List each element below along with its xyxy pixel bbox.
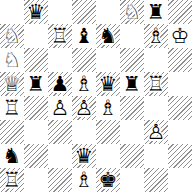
square-a8[interactable] [0, 0, 24, 24]
piece-wP-g3: ♙ [147, 120, 166, 144]
piece-wK-h7: ♔ [171, 24, 190, 48]
piece-wB-e4: ♗ [99, 96, 118, 120]
square-a5[interactable]: ♕ [0, 72, 24, 96]
piece-bB-d7: ♝ [75, 24, 94, 48]
square-h4[interactable] [168, 96, 192, 120]
square-f7[interactable] [120, 24, 144, 48]
square-h1[interactable] [168, 168, 192, 192]
piece-bN-a2: ♞ [3, 144, 22, 168]
square-c7[interactable]: ♖ [48, 24, 72, 48]
square-e8[interactable] [96, 0, 120, 24]
square-f4[interactable] [120, 96, 144, 120]
square-h6[interactable] [168, 48, 192, 72]
square-c1[interactable] [48, 168, 72, 192]
square-e3[interactable] [96, 120, 120, 144]
square-a6[interactable]: ♘ [0, 48, 24, 72]
piece-wN-a7: ♘ [3, 24, 22, 48]
square-g3[interactable]: ♙ [144, 120, 168, 144]
square-b4[interactable] [24, 96, 48, 120]
piece-wN-f8: ♘ [123, 0, 142, 24]
square-g8[interactable]: ♜ [144, 0, 168, 24]
square-h8[interactable] [168, 0, 192, 24]
square-d8[interactable] [72, 0, 96, 24]
square-e1[interactable]: ♚ [96, 168, 120, 192]
square-a3[interactable] [0, 120, 24, 144]
piece-wR-a4: ♖ [3, 96, 22, 120]
square-g7[interactable]: ♗ [144, 24, 168, 48]
piece-wP-c4: ♙ [51, 96, 70, 120]
square-b8[interactable]: ♛ [24, 0, 48, 24]
piece-bQ-e5: ♛ [99, 72, 118, 96]
square-f3[interactable] [120, 120, 144, 144]
square-g1[interactable] [144, 168, 168, 192]
piece-bK-e1: ♚ [99, 168, 118, 192]
chess-board: ♛♘♜♘♖♝♞♗♔♘♕♜♟♗♛♜♖♖♙♙♗♙♞♛♖♗♚ [0, 0, 192, 192]
piece-wB-g7: ♗ [147, 24, 166, 48]
square-h2[interactable] [168, 144, 192, 168]
square-f6[interactable] [120, 48, 144, 72]
piece-bR-g8: ♜ [147, 0, 166, 24]
square-c6[interactable] [48, 48, 72, 72]
square-d4[interactable]: ♙ [72, 96, 96, 120]
square-d5[interactable]: ♗ [72, 72, 96, 96]
piece-bN-e7: ♞ [99, 24, 118, 48]
square-c8[interactable] [48, 0, 72, 24]
square-f5[interactable]: ♜ [120, 72, 144, 96]
square-d6[interactable] [72, 48, 96, 72]
square-b3[interactable] [24, 120, 48, 144]
square-h5[interactable] [168, 72, 192, 96]
square-b5[interactable]: ♜ [24, 72, 48, 96]
square-c4[interactable]: ♙ [48, 96, 72, 120]
square-b1[interactable] [24, 168, 48, 192]
piece-bR-f5: ♜ [123, 72, 142, 96]
square-g6[interactable] [144, 48, 168, 72]
piece-bQ-d2: ♛ [75, 144, 94, 168]
piece-bQ-b8: ♛ [27, 0, 46, 24]
square-d3[interactable] [72, 120, 96, 144]
square-d7[interactable]: ♝ [72, 24, 96, 48]
square-g2[interactable] [144, 144, 168, 168]
square-b2[interactable] [24, 144, 48, 168]
square-a2[interactable]: ♞ [0, 144, 24, 168]
square-b7[interactable] [24, 24, 48, 48]
square-e4[interactable]: ♗ [96, 96, 120, 120]
piece-bR-b5: ♜ [27, 72, 46, 96]
square-g5[interactable]: ♖ [144, 72, 168, 96]
piece-wB-d1: ♗ [75, 168, 94, 192]
square-e7[interactable]: ♞ [96, 24, 120, 48]
square-a4[interactable]: ♖ [0, 96, 24, 120]
piece-wP-d4: ♙ [75, 96, 94, 120]
square-b6[interactable] [24, 48, 48, 72]
piece-wB-d5: ♗ [75, 72, 94, 96]
piece-bP-c5: ♟ [51, 72, 70, 96]
square-e6[interactable] [96, 48, 120, 72]
square-f8[interactable]: ♘ [120, 0, 144, 24]
square-e5[interactable]: ♛ [96, 72, 120, 96]
piece-wQ-a5: ♕ [3, 72, 22, 96]
piece-wR-g5: ♖ [147, 72, 166, 96]
square-e2[interactable] [96, 144, 120, 168]
square-f2[interactable] [120, 144, 144, 168]
square-a7[interactable]: ♘ [0, 24, 24, 48]
square-c5[interactable]: ♟ [48, 72, 72, 96]
square-a1[interactable]: ♖ [0, 168, 24, 192]
square-d1[interactable]: ♗ [72, 168, 96, 192]
piece-wR-c7: ♖ [51, 24, 70, 48]
square-h7[interactable]: ♔ [168, 24, 192, 48]
square-f1[interactable] [120, 168, 144, 192]
piece-wN-a6: ♘ [3, 48, 22, 72]
piece-wR-a1: ♖ [3, 168, 22, 192]
square-d2[interactable]: ♛ [72, 144, 96, 168]
square-c2[interactable] [48, 144, 72, 168]
square-g4[interactable] [144, 96, 168, 120]
square-h3[interactable] [168, 120, 192, 144]
square-c3[interactable] [48, 120, 72, 144]
